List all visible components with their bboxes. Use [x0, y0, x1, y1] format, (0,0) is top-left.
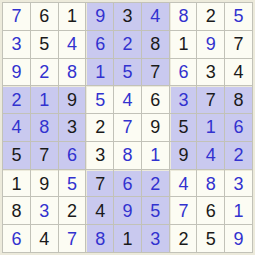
cell-r8c3[interactable]: 2 [59, 197, 86, 224]
cell-r5c6[interactable]: 9 [142, 114, 169, 141]
cell-r5c2[interactable]: 8 [31, 114, 58, 141]
cell-r9c7[interactable]: 2 [170, 225, 197, 252]
cell-r9c3[interactable]: 7 [59, 225, 86, 252]
cell-r1c4[interactable]: 9 [86, 3, 113, 30]
cell-r2c1[interactable]: 3 [3, 31, 30, 58]
cell-r8c5[interactable]: 9 [114, 197, 141, 224]
cell-r3c9[interactable]: 4 [225, 59, 252, 86]
cell-r4c7[interactable]: 3 [170, 86, 197, 113]
cell-r6c4[interactable]: 3 [86, 142, 113, 169]
cell-r3c2[interactable]: 2 [31, 59, 58, 86]
cell-r5c5[interactable]: 7 [114, 114, 141, 141]
cell-r1c9[interactable]: 5 [225, 3, 252, 30]
cell-r3c3[interactable]: 8 [59, 59, 86, 86]
cell-r7c1[interactable]: 1 [3, 170, 30, 197]
cell-r3c1[interactable]: 9 [3, 59, 30, 86]
cell-r6c2[interactable]: 7 [31, 142, 58, 169]
cell-r6c8[interactable]: 4 [197, 142, 224, 169]
cell-r9c9[interactable]: 9 [225, 225, 252, 252]
cell-r6c3[interactable]: 6 [59, 142, 86, 169]
cell-r7c3[interactable]: 5 [59, 170, 86, 197]
cell-r9c4[interactable]: 8 [86, 225, 113, 252]
cell-r8c1[interactable]: 8 [3, 197, 30, 224]
cell-r8c7[interactable]: 7 [170, 197, 197, 224]
cell-r7c9[interactable]: 3 [225, 170, 252, 197]
sudoku-board: 7619348253546281979281576342195463784832… [0, 0, 255, 255]
cell-r7c7[interactable]: 4 [170, 170, 197, 197]
cell-r6c5[interactable]: 8 [114, 142, 141, 169]
cell-r4c1[interactable]: 2 [3, 86, 30, 113]
cell-r3c4[interactable]: 1 [86, 59, 113, 86]
cell-r9c2[interactable]: 4 [31, 225, 58, 252]
cell-r7c4[interactable]: 7 [86, 170, 113, 197]
cell-r2c2[interactable]: 5 [31, 31, 58, 58]
cell-r2c9[interactable]: 7 [225, 31, 252, 58]
cell-r7c6[interactable]: 2 [142, 170, 169, 197]
cell-r1c2[interactable]: 6 [31, 3, 58, 30]
cell-r2c5[interactable]: 2 [114, 31, 141, 58]
cell-r2c8[interactable]: 9 [197, 31, 224, 58]
cell-r4c9[interactable]: 8 [225, 86, 252, 113]
cell-r6c1[interactable]: 5 [3, 142, 30, 169]
cell-r1c8[interactable]: 2 [197, 3, 224, 30]
cell-r9c5[interactable]: 1 [114, 225, 141, 252]
cell-r5c1[interactable]: 4 [3, 114, 30, 141]
cell-r9c6[interactable]: 3 [142, 225, 169, 252]
cell-r4c8[interactable]: 7 [197, 86, 224, 113]
cell-r2c3[interactable]: 4 [59, 31, 86, 58]
cell-r8c2[interactable]: 3 [31, 197, 58, 224]
cell-r3c7[interactable]: 6 [170, 59, 197, 86]
cell-r9c8[interactable]: 5 [197, 225, 224, 252]
cell-r3c6[interactable]: 7 [142, 59, 169, 86]
cell-r2c6[interactable]: 8 [142, 31, 169, 58]
cell-r8c9[interactable]: 1 [225, 197, 252, 224]
cell-r6c7[interactable]: 9 [170, 142, 197, 169]
cell-r1c3[interactable]: 1 [59, 3, 86, 30]
cell-r4c5[interactable]: 4 [114, 86, 141, 113]
cell-r5c8[interactable]: 1 [197, 114, 224, 141]
cell-r4c4[interactable]: 5 [86, 86, 113, 113]
cell-r2c4[interactable]: 6 [86, 31, 113, 58]
cell-r1c6[interactable]: 4 [142, 3, 169, 30]
cell-r9c1[interactable]: 6 [3, 225, 30, 252]
cell-r4c3[interactable]: 9 [59, 86, 86, 113]
cell-r4c6[interactable]: 6 [142, 86, 169, 113]
cell-r1c1[interactable]: 7 [3, 3, 30, 30]
cell-r8c6[interactable]: 5 [142, 197, 169, 224]
cell-r1c7[interactable]: 8 [170, 3, 197, 30]
cell-r3c8[interactable]: 3 [197, 59, 224, 86]
cell-r6c6[interactable]: 1 [142, 142, 169, 169]
cell-r2c7[interactable]: 1 [170, 31, 197, 58]
cell-r5c9[interactable]: 6 [225, 114, 252, 141]
cell-r1c5[interactable]: 3 [114, 3, 141, 30]
cell-r5c4[interactable]: 2 [86, 114, 113, 141]
cell-r7c5[interactable]: 6 [114, 170, 141, 197]
cell-r7c2[interactable]: 9 [31, 170, 58, 197]
cell-r5c7[interactable]: 5 [170, 114, 197, 141]
cell-r7c8[interactable]: 8 [197, 170, 224, 197]
cell-r5c3[interactable]: 3 [59, 114, 86, 141]
cell-r4c2[interactable]: 1 [31, 86, 58, 113]
cell-r8c4[interactable]: 4 [86, 197, 113, 224]
cell-r6c9[interactable]: 2 [225, 142, 252, 169]
cell-r8c8[interactable]: 6 [197, 197, 224, 224]
cell-r3c5[interactable]: 5 [114, 59, 141, 86]
